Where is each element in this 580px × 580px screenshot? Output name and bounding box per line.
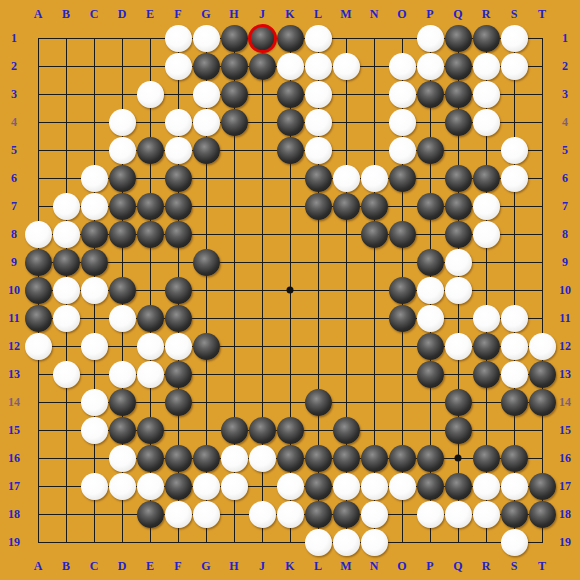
white-stone-N18 — [361, 501, 388, 528]
black-stone-E8 — [137, 221, 164, 248]
board-intersection-C19[interactable] — [80, 528, 108, 556]
board-intersection-J10[interactable] — [248, 276, 276, 304]
board-intersection-S9[interactable] — [500, 248, 528, 276]
white-stone-E3 — [137, 81, 164, 108]
board-intersection-C4[interactable] — [80, 108, 108, 136]
board-intersection-M4[interactable] — [332, 108, 360, 136]
board-intersection-M13[interactable] — [332, 360, 360, 388]
board-intersection-N10[interactable] — [360, 276, 388, 304]
board-intersection-S3[interactable] — [500, 80, 528, 108]
board-intersection-J17[interactable] — [248, 472, 276, 500]
board-intersection-Q11[interactable] — [444, 304, 472, 332]
row-label-right: 8 — [562, 227, 568, 242]
black-stone-F16 — [165, 445, 192, 472]
board-intersection-L12[interactable] — [304, 332, 332, 360]
board-intersection-O1[interactable] — [388, 24, 416, 52]
board-intersection-C1[interactable] — [80, 24, 108, 52]
board-intersection-D13 — [108, 360, 136, 388]
board-intersection-A17[interactable] — [24, 472, 52, 500]
board-intersection-O12[interactable] — [388, 332, 416, 360]
row-label-right: 5 — [562, 143, 568, 158]
column-label-top: O — [397, 7, 406, 22]
board-intersection-C18[interactable] — [80, 500, 108, 528]
board-intersection-T6[interactable] — [528, 164, 556, 192]
white-stone-P1 — [417, 25, 444, 52]
board-intersection-N9[interactable] — [360, 248, 388, 276]
board-intersection-R10[interactable] — [472, 276, 500, 304]
board-intersection-L8[interactable] — [304, 220, 332, 248]
board-intersection-O18[interactable] — [388, 500, 416, 528]
board-intersection-P16 — [416, 444, 444, 472]
board-intersection-R19[interactable] — [472, 528, 500, 556]
white-stone-S6 — [501, 165, 528, 192]
white-stone-S11 — [501, 305, 528, 332]
board-intersection-F7 — [164, 192, 192, 220]
board-intersection-L15[interactable] — [304, 416, 332, 444]
go-board: AABBCCDDEEFFGGHHJJKKLLMMNNOOPPQQRRSSTT11… — [0, 0, 580, 580]
board-intersection-H6[interactable] — [220, 164, 248, 192]
board-intersection-O6 — [388, 164, 416, 192]
white-stone-B10 — [53, 277, 80, 304]
board-intersection-T10[interactable] — [528, 276, 556, 304]
board-intersection-B19[interactable] — [52, 528, 80, 556]
white-stone-E13 — [137, 361, 164, 388]
board-intersection-O14[interactable] — [388, 388, 416, 416]
board-intersection-J6[interactable] — [248, 164, 276, 192]
white-stone-D16 — [109, 445, 136, 472]
black-stone-H1 — [221, 25, 248, 52]
row-label-right: 17 — [559, 479, 571, 494]
board-intersection-J11[interactable] — [248, 304, 276, 332]
board-intersection-B3[interactable] — [52, 80, 80, 108]
board-intersection-A1[interactable] — [24, 24, 52, 52]
row-label-right: 14 — [559, 395, 571, 410]
column-label-bottom: A — [34, 559, 43, 574]
board-intersection-K19[interactable] — [276, 528, 304, 556]
board-intersection-T15[interactable] — [528, 416, 556, 444]
board-intersection-T4[interactable] — [528, 108, 556, 136]
column-label-top: G — [201, 7, 210, 22]
black-stone-O8 — [389, 221, 416, 248]
row-label-left: 4 — [11, 115, 17, 130]
board-intersection-H7[interactable] — [220, 192, 248, 220]
board-intersection-J8[interactable] — [248, 220, 276, 248]
board-intersection-P6[interactable] — [416, 164, 444, 192]
board-intersection-C11[interactable] — [80, 304, 108, 332]
board-intersection-K9[interactable] — [276, 248, 304, 276]
board-intersection-B4[interactable] — [52, 108, 80, 136]
board-intersection-T5[interactable] — [528, 136, 556, 164]
board-intersection-G14[interactable] — [192, 388, 220, 416]
board-intersection-R9[interactable] — [472, 248, 500, 276]
board-intersection-H16 — [220, 444, 248, 472]
column-label-bottom: Q — [453, 559, 462, 574]
board-intersection-B15[interactable] — [52, 416, 80, 444]
board-intersection-A7[interactable] — [24, 192, 52, 220]
board-intersection-T16[interactable] — [528, 444, 556, 472]
column-label-bottom: O — [397, 559, 406, 574]
board-intersection-S15[interactable] — [500, 416, 528, 444]
board-intersection-E16 — [136, 444, 164, 472]
board-intersection-K1 — [276, 24, 304, 52]
board-intersection-B18[interactable] — [52, 500, 80, 528]
board-intersection-A6[interactable] — [24, 164, 52, 192]
board-intersection-J12[interactable] — [248, 332, 276, 360]
board-intersection-E1[interactable] — [136, 24, 164, 52]
board-intersection-P17 — [416, 472, 444, 500]
board-intersection-G6[interactable] — [192, 164, 220, 192]
board-intersection-E6[interactable] — [136, 164, 164, 192]
board-intersection-Q16[interactable] — [444, 444, 472, 472]
board-intersection-T1[interactable] — [528, 24, 556, 52]
board-intersection-C2[interactable] — [80, 52, 108, 80]
white-stone-D4 — [109, 109, 136, 136]
black-stone-F10 — [165, 277, 192, 304]
white-stone-Q12 — [445, 333, 472, 360]
board-intersection-T9[interactable] — [528, 248, 556, 276]
column-label-bottom: K — [285, 559, 294, 574]
board-intersection-D3[interactable] — [108, 80, 136, 108]
board-intersection-R14[interactable] — [472, 388, 500, 416]
board-intersection-A4[interactable] — [24, 108, 52, 136]
board-intersection-M9[interactable] — [332, 248, 360, 276]
board-intersection-N13[interactable] — [360, 360, 388, 388]
board-intersection-R6 — [472, 164, 500, 192]
board-intersection-E9[interactable] — [136, 248, 164, 276]
board-intersection-S10[interactable] — [500, 276, 528, 304]
white-stone-P11 — [417, 305, 444, 332]
board-intersection-N12[interactable] — [360, 332, 388, 360]
board-intersection-G7[interactable] — [192, 192, 220, 220]
board-intersection-T11[interactable] — [528, 304, 556, 332]
row-label-left: 11 — [8, 311, 19, 326]
black-stone-G9 — [193, 249, 220, 276]
white-stone-S2 — [501, 53, 528, 80]
board-intersection-N14[interactable] — [360, 388, 388, 416]
board-intersection-E2[interactable] — [136, 52, 164, 80]
black-stone-H4 — [221, 109, 248, 136]
board-intersection-L9[interactable] — [304, 248, 332, 276]
board-intersection-B2[interactable] — [52, 52, 80, 80]
board-intersection-P15[interactable] — [416, 416, 444, 444]
board-intersection-M6 — [332, 164, 360, 192]
board-intersection-K8[interactable] — [276, 220, 304, 248]
white-stone-L19 — [305, 529, 332, 556]
black-stone-G12 — [193, 333, 220, 360]
board-intersection-T3[interactable] — [528, 80, 556, 108]
board-intersection-M1[interactable] — [332, 24, 360, 52]
board-intersection-F9[interactable] — [164, 248, 192, 276]
board-intersection-K6[interactable] — [276, 164, 304, 192]
black-stone-R16 — [473, 445, 500, 472]
board-intersection-D11 — [108, 304, 136, 332]
board-intersection-N15[interactable] — [360, 416, 388, 444]
white-stone-M19 — [333, 529, 360, 556]
board-intersection-B12[interactable] — [52, 332, 80, 360]
board-intersection-R13 — [472, 360, 500, 388]
board-intersection-D12[interactable] — [108, 332, 136, 360]
board-intersection-B6[interactable] — [52, 164, 80, 192]
board-intersection-Q19[interactable] — [444, 528, 472, 556]
board-intersection-N1[interactable] — [360, 24, 388, 52]
board-intersection-H10[interactable] — [220, 276, 248, 304]
board-intersection-R7 — [472, 192, 500, 220]
board-intersection-M5[interactable] — [332, 136, 360, 164]
black-stone-D14 — [109, 389, 136, 416]
board-intersection-R17 — [472, 472, 500, 500]
row-label-right: 13 — [559, 367, 571, 382]
board-intersection-D1[interactable] — [108, 24, 136, 52]
white-stone-R2 — [473, 53, 500, 80]
board-intersection-O13[interactable] — [388, 360, 416, 388]
board-intersection-O9[interactable] — [388, 248, 416, 276]
white-stone-L3 — [305, 81, 332, 108]
white-stone-R4 — [473, 109, 500, 136]
board-intersection-C5[interactable] — [80, 136, 108, 164]
board-intersection-K15 — [276, 416, 304, 444]
black-stone-M7 — [333, 193, 360, 220]
row-label-left: 13 — [8, 367, 20, 382]
board-intersection-D2[interactable] — [108, 52, 136, 80]
board-intersection-P13 — [416, 360, 444, 388]
board-intersection-H8[interactable] — [220, 220, 248, 248]
board-intersection-H9[interactable] — [220, 248, 248, 276]
board-intersection-K10[interactable] — [276, 276, 304, 304]
board-intersection-S4[interactable] — [500, 108, 528, 136]
board-intersection-H13[interactable] — [220, 360, 248, 388]
board-intersection-E15 — [136, 416, 164, 444]
board-intersection-O7[interactable] — [388, 192, 416, 220]
board-intersection-E10[interactable] — [136, 276, 164, 304]
board-intersection-Q3 — [444, 80, 472, 108]
board-intersection-A13[interactable] — [24, 360, 52, 388]
board-intersection-K14[interactable] — [276, 388, 304, 416]
board-intersection-K7[interactable] — [276, 192, 304, 220]
white-stone-F5 — [165, 137, 192, 164]
board-intersection-G16 — [192, 444, 220, 472]
board-intersection-C15 — [80, 416, 108, 444]
board-intersection-R8 — [472, 220, 500, 248]
board-intersection-Q17 — [444, 472, 472, 500]
board-intersection-S8[interactable] — [500, 220, 528, 248]
white-stone-F12 — [165, 333, 192, 360]
board-intersection-Q8 — [444, 220, 472, 248]
board-intersection-B1[interactable] — [52, 24, 80, 52]
white-stone-G4 — [193, 109, 220, 136]
board-intersection-J14[interactable] — [248, 388, 276, 416]
board-intersection-K17 — [276, 472, 304, 500]
board-intersection-B17[interactable] — [52, 472, 80, 500]
white-stone-J18 — [249, 501, 276, 528]
black-stone-P3 — [417, 81, 444, 108]
column-label-bottom: T — [538, 559, 546, 574]
row-label-left: 14 — [8, 395, 20, 410]
row-label-right: 7 — [562, 199, 568, 214]
black-stone-R1 — [473, 25, 500, 52]
board-intersection-E11 — [136, 304, 164, 332]
board-intersection-P4[interactable] — [416, 108, 444, 136]
board-intersection-R5[interactable] — [472, 136, 500, 164]
board-intersection-M2 — [332, 52, 360, 80]
board-intersection-J3[interactable] — [248, 80, 276, 108]
board-intersection-G8[interactable] — [192, 220, 220, 248]
board-intersection-M11[interactable] — [332, 304, 360, 332]
board-intersection-J19[interactable] — [248, 528, 276, 556]
board-intersection-H12[interactable] — [220, 332, 248, 360]
board-intersection-K12[interactable] — [276, 332, 304, 360]
board-intersection-S7[interactable] — [500, 192, 528, 220]
board-intersection-G18 — [192, 500, 220, 528]
board-intersection-R15[interactable] — [472, 416, 500, 444]
board-intersection-A15[interactable] — [24, 416, 52, 444]
black-stone-F8 — [165, 221, 192, 248]
board-intersection-H15 — [220, 416, 248, 444]
board-intersection-L10[interactable] — [304, 276, 332, 304]
board-intersection-H19[interactable] — [220, 528, 248, 556]
board-intersection-N3[interactable] — [360, 80, 388, 108]
black-stone-P16 — [417, 445, 444, 472]
board-intersection-G19[interactable] — [192, 528, 220, 556]
board-intersection-T2[interactable] — [528, 52, 556, 80]
row-label-left: 3 — [11, 87, 17, 102]
white-stone-D17 — [109, 473, 136, 500]
board-intersection-E14[interactable] — [136, 388, 164, 416]
board-intersection-D9[interactable] — [108, 248, 136, 276]
board-intersection-H14[interactable] — [220, 388, 248, 416]
board-intersection-A18[interactable] — [24, 500, 52, 528]
board-intersection-M3[interactable] — [332, 80, 360, 108]
board-intersection-C6 — [80, 164, 108, 192]
board-intersection-O15[interactable] — [388, 416, 416, 444]
board-intersection-P10 — [416, 276, 444, 304]
board-intersection-D6 — [108, 164, 136, 192]
black-stone-E16 — [137, 445, 164, 472]
board-intersection-C16[interactable] — [80, 444, 108, 472]
white-stone-D13 — [109, 361, 136, 388]
column-label-top: B — [62, 7, 70, 22]
board-intersection-D18[interactable] — [108, 500, 136, 528]
board-intersection-L5 — [304, 136, 332, 164]
column-label-bottom: R — [482, 559, 491, 574]
board-intersection-L11[interactable] — [304, 304, 332, 332]
board-intersection-A5[interactable] — [24, 136, 52, 164]
white-stone-G1 — [193, 25, 220, 52]
board-intersection-F10 — [164, 276, 192, 304]
board-intersection-B16[interactable] — [52, 444, 80, 472]
board-intersection-G13[interactable] — [192, 360, 220, 388]
board-intersection-J5[interactable] — [248, 136, 276, 164]
column-label-top: T — [538, 7, 546, 22]
board-intersection-D19[interactable] — [108, 528, 136, 556]
board-intersection-S11 — [500, 304, 528, 332]
board-intersection-J13[interactable] — [248, 360, 276, 388]
board-intersection-A19[interactable] — [24, 528, 52, 556]
board-intersection-T19[interactable] — [528, 528, 556, 556]
black-stone-L7 — [305, 193, 332, 220]
board-intersection-F15[interactable] — [164, 416, 192, 444]
board-intersection-H5[interactable] — [220, 136, 248, 164]
white-stone-Q18 — [445, 501, 472, 528]
board-intersection-A14[interactable] — [24, 388, 52, 416]
board-intersection-M15 — [332, 416, 360, 444]
board-intersection-G15[interactable] — [192, 416, 220, 444]
board-intersection-N2[interactable] — [360, 52, 388, 80]
board-intersection-G11[interactable] — [192, 304, 220, 332]
column-label-top: J — [259, 7, 265, 22]
board-intersection-J9[interactable] — [248, 248, 276, 276]
board-intersection-K13[interactable] — [276, 360, 304, 388]
board-intersection-E4[interactable] — [136, 108, 164, 136]
board-intersection-A3[interactable] — [24, 80, 52, 108]
board-intersection-D8 — [108, 220, 136, 248]
black-stone-F14 — [165, 389, 192, 416]
board-intersection-M12[interactable] — [332, 332, 360, 360]
board-intersection-O19[interactable] — [388, 528, 416, 556]
column-label-top: D — [118, 7, 127, 22]
board-intersection-M19 — [332, 528, 360, 556]
board-intersection-M10[interactable] — [332, 276, 360, 304]
board-intersection-J4[interactable] — [248, 108, 276, 136]
board-intersection-Q13[interactable] — [444, 360, 472, 388]
board-intersection-H11[interactable] — [220, 304, 248, 332]
white-stone-L5 — [305, 137, 332, 164]
board-intersection-C3[interactable] — [80, 80, 108, 108]
board-intersection-B14[interactable] — [52, 388, 80, 416]
board-intersection-P19[interactable] — [416, 528, 444, 556]
board-intersection-N5[interactable] — [360, 136, 388, 164]
board-intersection-F19[interactable] — [164, 528, 192, 556]
board-intersection-T8[interactable] — [528, 220, 556, 248]
board-intersection-P14[interactable] — [416, 388, 444, 416]
board-intersection-O11 — [388, 304, 416, 332]
board-intersection-Q4 — [444, 108, 472, 136]
board-intersection-Q5[interactable] — [444, 136, 472, 164]
black-stone-J2 — [249, 53, 276, 80]
board-intersection-B5[interactable] — [52, 136, 80, 164]
board-intersection-E19[interactable] — [136, 528, 164, 556]
board-intersection-R4 — [472, 108, 500, 136]
board-intersection-N11[interactable] — [360, 304, 388, 332]
white-stone-S19 — [501, 529, 528, 556]
board-intersection-T7[interactable] — [528, 192, 556, 220]
board-intersection-A2[interactable] — [24, 52, 52, 80]
board-intersection-L13[interactable] — [304, 360, 332, 388]
board-intersection-M14[interactable] — [332, 388, 360, 416]
board-intersection-R11 — [472, 304, 500, 332]
row-label-right: 3 — [562, 87, 568, 102]
board-intersection-H18[interactable] — [220, 500, 248, 528]
board-intersection-G10[interactable] — [192, 276, 220, 304]
board-intersection-M8[interactable] — [332, 220, 360, 248]
board-intersection-O5 — [388, 136, 416, 164]
board-intersection-A16[interactable] — [24, 444, 52, 472]
board-intersection-Q1 — [444, 24, 472, 52]
board-intersection-P8[interactable] — [416, 220, 444, 248]
board-intersection-J7[interactable] — [248, 192, 276, 220]
board-intersection-C13[interactable] — [80, 360, 108, 388]
board-intersection-C8 — [80, 220, 108, 248]
row-label-left: 7 — [11, 199, 17, 214]
board-intersection-N4[interactable] — [360, 108, 388, 136]
board-intersection-F3[interactable] — [164, 80, 192, 108]
black-stone-S14 — [501, 389, 528, 416]
row-label-left: 12 — [8, 339, 20, 354]
board-intersection-K11[interactable] — [276, 304, 304, 332]
black-stone-Q17 — [445, 473, 472, 500]
black-stone-F13 — [165, 361, 192, 388]
white-stone-H17 — [221, 473, 248, 500]
board-intersection-G4 — [192, 108, 220, 136]
